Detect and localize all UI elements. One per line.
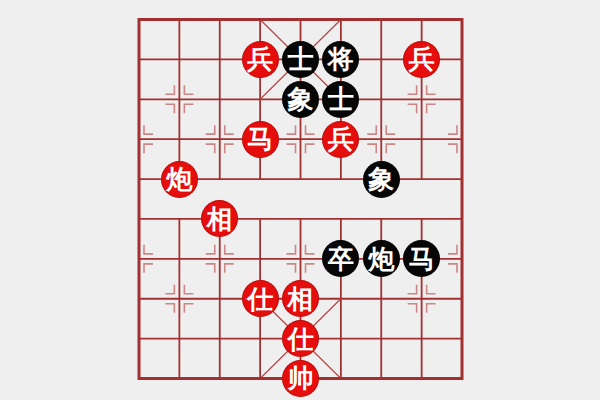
piece-black-advisor[interactable]: 士 (322, 81, 359, 118)
piece-black-general[interactable]: 将 (322, 41, 359, 78)
piece-black-horse[interactable]: 马 (403, 240, 440, 277)
piece-red-advisor[interactable]: 仕 (242, 280, 279, 317)
piece-red-elephant[interactable]: 相 (282, 280, 319, 317)
piece-black-elephant[interactable]: 象 (363, 161, 400, 198)
piece-red-horse[interactable]: 马 (242, 121, 279, 158)
piece-black-advisor[interactable]: 士 (282, 41, 319, 78)
piece-red-soldier[interactable]: 兵 (403, 41, 440, 78)
xiangqi-app: 兵士将兵象士马兵炮象相卒炮马仕相仕帅 (0, 0, 600, 400)
xiangqi-board[interactable]: 兵士将兵象士马兵炮象相卒炮马仕相仕帅 (0, 0, 600, 400)
piece-red-general[interactable]: 帅 (282, 360, 319, 397)
piece-red-soldier[interactable]: 兵 (242, 41, 279, 78)
piece-red-elephant[interactable]: 相 (201, 200, 238, 237)
piece-red-advisor[interactable]: 仕 (282, 320, 319, 357)
piece-red-soldier[interactable]: 兵 (322, 121, 359, 158)
piece-black-cannon[interactable]: 炮 (363, 240, 400, 277)
piece-black-soldier[interactable]: 卒 (322, 240, 359, 277)
piece-black-elephant[interactable]: 象 (282, 81, 319, 118)
piece-red-cannon[interactable]: 炮 (161, 161, 198, 198)
piece-grid: 兵士将兵象士马兵炮象相卒炮马仕相仕帅 (119, 0, 482, 398)
